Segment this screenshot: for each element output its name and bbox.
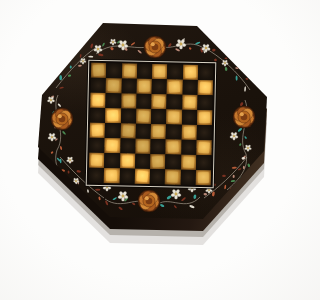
board-square [121,93,137,108]
board-square [152,79,168,94]
board-square [150,169,166,184]
board-square [105,138,121,153]
board-square [105,108,121,123]
board-square [166,139,182,154]
board-square [165,169,181,184]
board-square [167,94,183,109]
board-square [151,109,167,124]
board-square [182,80,198,95]
board-square [120,153,136,168]
board-square [150,139,166,154]
board-square [104,168,120,183]
board-square [167,79,183,94]
board-square [182,65,198,80]
board-square [197,110,213,125]
board-square [166,109,182,124]
board-square [120,123,136,138]
board-square [136,109,152,124]
board-square [197,95,213,110]
photo-scene [0,0,300,300]
chess-board [86,60,217,189]
board-square [196,155,212,170]
chess-board-grid [89,63,213,186]
board-square [195,170,211,185]
board-square [136,94,152,109]
board-square [106,78,122,93]
board-square [151,94,167,109]
board-square [89,168,105,183]
board-square [121,63,137,78]
board-square [137,64,153,79]
board-square [121,78,137,93]
board-square [151,124,167,139]
board-square [106,63,122,78]
board-square [196,125,212,140]
board-square [198,65,214,80]
octagonal-marble-table-top [0,0,300,300]
board-square [104,153,120,168]
board-square [135,124,151,139]
board-square [181,140,197,155]
board-square [106,93,122,108]
board-square [91,63,107,78]
board-square [89,138,105,153]
board-square [166,124,182,139]
board-square [119,168,135,183]
board-square [180,170,196,185]
board-square [135,154,151,169]
board-square [181,125,197,140]
board-square [165,154,181,169]
board-square [90,93,106,108]
board-square [90,123,106,138]
board-square [181,110,197,125]
board-square [196,140,212,155]
board-square [91,78,107,93]
board-square [152,64,168,79]
board-square [120,138,136,153]
board-square [121,108,137,123]
board-square [90,108,106,123]
board-square [182,95,198,110]
board-square [134,169,150,184]
board-square [197,80,213,95]
board-square [167,64,183,79]
board-square [150,154,166,169]
board-square [89,153,105,168]
board-square [105,123,121,138]
board-square [135,139,151,154]
board-square [136,79,152,94]
board-square [181,155,197,170]
